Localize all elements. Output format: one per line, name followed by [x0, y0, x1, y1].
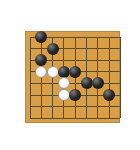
black-stone [47, 43, 59, 55]
white-stone [58, 77, 70, 89]
black-stone [92, 77, 104, 89]
white-stone [58, 89, 70, 101]
go-board[interactable] [25, 31, 120, 123]
black-stone [35, 54, 47, 66]
white-stone [35, 66, 47, 78]
grid-line-horizontal [30, 48, 120, 49]
black-stone [81, 77, 93, 89]
black-stone [103, 89, 115, 101]
screenshot-canvas [0, 0, 140, 150]
black-stone [69, 66, 81, 78]
grid-line-horizontal [30, 118, 120, 119]
black-stone [69, 89, 81, 101]
black-stone [35, 31, 47, 43]
grid-line-horizontal [30, 106, 120, 107]
black-stone [58, 66, 70, 78]
grid-line-horizontal [30, 83, 120, 84]
white-stone [47, 66, 59, 78]
